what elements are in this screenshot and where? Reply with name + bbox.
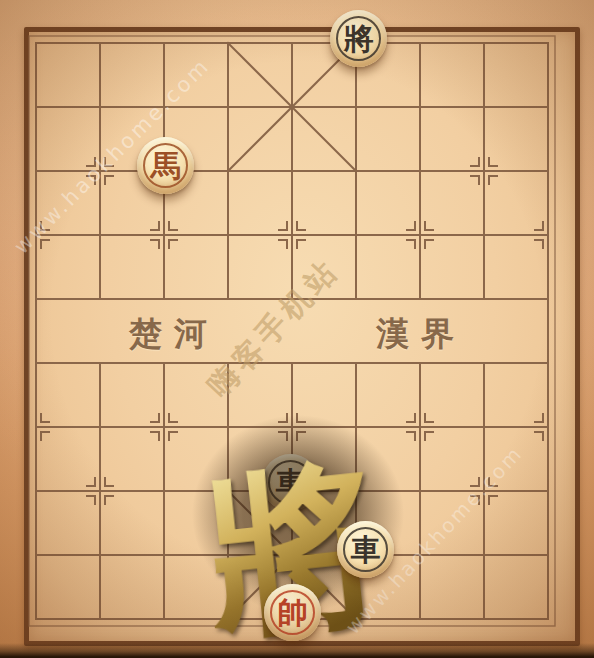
piece-character: 車 bbox=[337, 521, 394, 578]
grid-marker bbox=[535, 240, 543, 248]
grid-marker bbox=[535, 432, 543, 440]
grid-marker bbox=[41, 240, 49, 248]
grid-marker bbox=[105, 158, 113, 166]
grid-marker bbox=[279, 432, 287, 440]
river-label-han-jie: 漢界 bbox=[376, 312, 466, 357]
grid-marker bbox=[535, 414, 543, 422]
grid-marker bbox=[169, 222, 177, 230]
grid-marker bbox=[87, 478, 95, 486]
grid-marker bbox=[297, 432, 305, 440]
grid-marker bbox=[407, 414, 415, 422]
piece-character: 馬 bbox=[137, 137, 194, 194]
grid-marker bbox=[297, 222, 305, 230]
grid-marker bbox=[169, 432, 177, 440]
grid-marker bbox=[169, 240, 177, 248]
grid-marker bbox=[87, 158, 95, 166]
grid-marker bbox=[41, 432, 49, 440]
grid-marker bbox=[105, 496, 113, 504]
piece-character: 車 bbox=[262, 454, 319, 511]
piece-character: 將 bbox=[330, 10, 387, 67]
grid-marker bbox=[87, 496, 95, 504]
grid-marker bbox=[297, 240, 305, 248]
grid-marker bbox=[489, 478, 497, 486]
black-general[interactable]: 將 bbox=[330, 10, 387, 67]
grid-marker bbox=[471, 176, 479, 184]
grid-marker bbox=[151, 432, 159, 440]
grid-marker bbox=[425, 432, 433, 440]
grid-marker bbox=[169, 414, 177, 422]
red-horse[interactable]: 馬 bbox=[137, 137, 194, 194]
grid-marker bbox=[41, 222, 49, 230]
black-chariot-2[interactable]: 車 bbox=[337, 521, 394, 578]
grid-marker bbox=[151, 240, 159, 248]
grid-marker bbox=[41, 414, 49, 422]
grid-marker bbox=[471, 158, 479, 166]
grid-marker bbox=[471, 496, 479, 504]
red-general[interactable]: 帥 bbox=[264, 584, 321, 641]
piece-character: 帥 bbox=[264, 584, 321, 641]
grid-marker bbox=[425, 414, 433, 422]
board-grid[interactable] bbox=[36, 43, 548, 619]
grid-marker bbox=[535, 222, 543, 230]
grid-marker bbox=[489, 496, 497, 504]
river-label-chu-he: 楚河 bbox=[129, 312, 219, 357]
grid-marker bbox=[425, 240, 433, 248]
grid-marker bbox=[151, 222, 159, 230]
grid-marker bbox=[279, 414, 287, 422]
black-chariot-1[interactable]: 車 bbox=[262, 454, 319, 511]
xiangqi-board-screenshot: 楚河 漢界 將 www.haokhome.com 嗨客手机站 www.haokh… bbox=[0, 0, 594, 658]
grid-marker bbox=[297, 414, 305, 422]
grid-marker bbox=[489, 158, 497, 166]
grid-marker bbox=[407, 222, 415, 230]
grid-marker bbox=[151, 414, 159, 422]
grid-marker bbox=[407, 432, 415, 440]
grid-marker bbox=[489, 176, 497, 184]
grid-marker bbox=[425, 222, 433, 230]
grid-marker bbox=[105, 176, 113, 184]
grid-marker bbox=[279, 222, 287, 230]
grid-marker bbox=[407, 240, 415, 248]
grid-marker bbox=[471, 478, 479, 486]
grid-marker bbox=[87, 176, 95, 184]
grid-marker bbox=[105, 478, 113, 486]
grid-marker bbox=[279, 240, 287, 248]
